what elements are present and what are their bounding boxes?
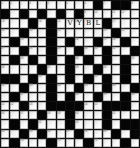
black-cell — [103, 111, 111, 119]
grid-cell[interactable]: 61 — [112, 111, 120, 119]
grid-cell[interactable] — [38, 84, 46, 92]
black-cell — [121, 120, 129, 128]
grid-cell[interactable] — [103, 10, 111, 18]
grid-cell[interactable] — [66, 84, 74, 92]
grid-cell[interactable] — [47, 10, 55, 18]
grid-cell[interactable]: 70 — [20, 139, 28, 147]
clue-number: 60 — [75, 111, 78, 114]
black-cell — [131, 130, 139, 138]
grid-cell[interactable] — [1, 120, 9, 128]
grid-cell[interactable] — [57, 38, 65, 46]
black-cell — [94, 65, 102, 73]
grid-cell[interactable]: V — [66, 19, 74, 27]
clue-number: 35 — [131, 56, 134, 59]
grid-cell[interactable] — [131, 111, 139, 119]
black-cell — [38, 130, 46, 138]
grid-cell[interactable] — [57, 56, 65, 64]
grid-cell[interactable]: 36 — [1, 65, 9, 73]
grid-cell[interactable]: 59 — [57, 111, 65, 119]
clue-number: 29 — [57, 46, 60, 49]
black-cell — [66, 93, 74, 101]
grid-cell[interactable]: L — [94, 19, 102, 27]
black-cell — [121, 38, 129, 46]
black-cell — [112, 29, 120, 37]
grid-cell[interactable] — [38, 38, 46, 46]
clue-number: 20 — [57, 28, 60, 31]
grid-cell[interactable] — [131, 75, 139, 83]
clue-number: 32 — [112, 46, 115, 49]
grid-cell[interactable]: 32 — [112, 47, 120, 55]
grid-cell[interactable] — [20, 75, 28, 83]
clue-number: 63 — [75, 120, 78, 123]
cell-letter: Y — [75, 19, 83, 27]
grid-cell[interactable] — [10, 19, 18, 27]
black-cell — [84, 139, 92, 147]
black-cell — [20, 84, 28, 92]
grid-cell[interactable]: 33 — [20, 56, 28, 64]
clue-number: 21 — [103, 28, 106, 31]
black-cell — [38, 111, 46, 119]
grid-cell[interactable] — [10, 47, 18, 55]
clue-number: 34 — [75, 56, 78, 59]
grid-cell[interactable]: 58 — [47, 111, 55, 119]
clue-number: 31 — [94, 46, 97, 49]
grid-cell[interactable]: 72 — [94, 139, 102, 147]
clue-number: 17 — [112, 19, 115, 22]
grid-cell[interactable]: 40 — [38, 75, 46, 83]
grid-cell[interactable] — [66, 139, 74, 147]
clue-number: 15 — [57, 19, 60, 22]
grid-cell[interactable] — [29, 111, 37, 119]
black-cell — [103, 47, 111, 55]
grid-cell[interactable]: 54 — [84, 102, 92, 110]
grid-cell[interactable]: 56 — [1, 111, 9, 119]
grid-cell[interactable]: 25 — [103, 38, 111, 46]
clue-number: 65 — [29, 129, 32, 132]
grid-cell[interactable]: 41 — [94, 75, 102, 83]
clue-number: 30 — [84, 46, 87, 49]
clue-number: 6 — [84, 1, 86, 4]
black-cell — [121, 56, 129, 64]
black-cell — [29, 120, 37, 128]
grid-cell[interactable]: 8 — [131, 1, 139, 9]
grid-cell[interactable] — [94, 120, 102, 128]
grid-cell[interactable]: 15 — [57, 19, 65, 27]
black-cell — [20, 130, 28, 138]
grid-cell[interactable]: 60 — [75, 111, 83, 119]
black-cell — [66, 75, 74, 83]
black-cell — [66, 120, 74, 128]
grid-cell[interactable] — [112, 120, 120, 128]
grid-cell[interactable]: 20 — [57, 29, 65, 37]
black-cell — [10, 139, 18, 147]
grid-cell[interactable]: 18 — [1, 29, 9, 37]
grid-cell[interactable] — [112, 75, 120, 83]
grid-cell[interactable] — [94, 29, 102, 37]
clue-number: 61 — [112, 111, 115, 114]
black-cell — [94, 38, 102, 46]
clue-number: 41 — [94, 74, 97, 77]
black-cell — [57, 102, 65, 110]
grid-cell[interactable]: 63 — [75, 120, 83, 128]
grid-cell[interactable] — [94, 84, 102, 92]
black-cell — [47, 56, 55, 64]
black-cell — [75, 47, 83, 55]
grid-cell[interactable] — [38, 139, 46, 147]
grid-cell[interactable] — [94, 130, 102, 138]
grid-cell[interactable] — [1, 38, 9, 46]
cell-letter: B — [84, 19, 92, 27]
black-cell — [121, 75, 129, 83]
grid-cell[interactable]: 12 — [121, 10, 129, 18]
clue-number: 64 — [1, 129, 4, 132]
grid-cell[interactable] — [29, 65, 37, 73]
grid-cell[interactable] — [20, 65, 28, 73]
grid-cell[interactable] — [131, 102, 139, 110]
grid-cell[interactable]: 44 — [57, 84, 65, 92]
grid-cell[interactable]: 66 — [47, 130, 55, 138]
clue-number: 54 — [84, 102, 87, 105]
clue-number: 62 — [38, 120, 41, 123]
grid-cell[interactable] — [66, 29, 74, 37]
clue-number: 51 — [1, 102, 4, 105]
grid-cell[interactable]: 38 — [75, 65, 83, 73]
grid-cell[interactable] — [94, 111, 102, 119]
clue-number: 1 — [1, 1, 3, 4]
grid-cell[interactable] — [112, 65, 120, 73]
grid-cell[interactable] — [38, 29, 46, 37]
clue-number: 53 — [29, 102, 32, 105]
clue-number: 11 — [112, 10, 115, 13]
grid-cell[interactable] — [84, 65, 92, 73]
grid-cell[interactable]: 2 — [10, 1, 18, 9]
clue-number: 4 — [47, 1, 49, 4]
grid-cell[interactable]: 68 — [84, 130, 92, 138]
grid-cell[interactable]: 57 — [20, 111, 28, 119]
grid-cell[interactable] — [57, 93, 65, 101]
grid-cell[interactable] — [20, 1, 28, 9]
black-cell — [47, 38, 55, 46]
black-cell — [47, 84, 55, 92]
black-cell — [75, 10, 83, 18]
black-cell — [112, 130, 120, 138]
grid-cell[interactable] — [47, 120, 55, 128]
clue-number: 7 — [103, 1, 105, 4]
black-cell — [47, 29, 55, 37]
clue-number: 67 — [66, 129, 69, 132]
grid-cell[interactable]: 23 — [20, 38, 28, 46]
grid-cell[interactable]: 49 — [103, 93, 111, 101]
grid-cell[interactable] — [10, 65, 18, 73]
grid-cell[interactable] — [57, 130, 65, 138]
grid-cell[interactable] — [75, 1, 83, 9]
grid-cell[interactable]: 5 — [66, 1, 74, 9]
clue-number: 3 — [29, 1, 31, 4]
grid-cell[interactable]: 43 — [29, 84, 37, 92]
black-cell — [94, 1, 102, 9]
grid-cell[interactable]: 27 — [1, 47, 9, 55]
black-cell — [66, 102, 74, 110]
grid-cell[interactable]: 55 — [94, 102, 102, 110]
clue-number: 8 — [131, 1, 133, 4]
clue-number: 2 — [10, 1, 12, 4]
grid-cell[interactable]: 16Y — [75, 19, 83, 27]
grid-cell[interactable] — [57, 75, 65, 83]
grid-cell[interactable]: 71 — [57, 139, 65, 147]
black-cell — [10, 38, 18, 46]
black-cell — [47, 47, 55, 55]
black-cell — [121, 102, 129, 110]
grid-cell[interactable]: 53 — [29, 102, 37, 110]
clue-number: 36 — [1, 65, 4, 68]
grid-cell[interactable]: 9 — [84, 10, 92, 18]
black-cell — [103, 120, 111, 128]
grid-cell[interactable]: 10 — [94, 10, 102, 18]
grid-cell[interactable] — [10, 10, 18, 18]
clue-number: 72 — [94, 138, 97, 141]
black-cell — [10, 120, 18, 128]
black-cell — [47, 19, 55, 27]
grid-cell[interactable] — [84, 38, 92, 46]
black-cell — [131, 84, 139, 92]
grid-cell[interactable] — [1, 56, 9, 64]
grid-cell[interactable] — [38, 1, 46, 9]
grid-cell[interactable] — [75, 139, 83, 147]
clue-number: 23 — [20, 37, 23, 40]
black-cell — [75, 84, 83, 92]
clue-number: 68 — [84, 129, 87, 132]
grid-cell[interactable] — [29, 38, 37, 46]
grid-cell[interactable] — [131, 38, 139, 46]
grid-cell[interactable] — [1, 139, 9, 147]
grid-cell[interactable]: 7 — [103, 1, 111, 9]
grid-cell[interactable] — [84, 29, 92, 37]
clue-number: 71 — [57, 138, 60, 141]
grid-cell[interactable] — [75, 75, 83, 83]
grid-cell[interactable]: 29 — [57, 47, 65, 55]
grid-cell[interactable] — [121, 111, 129, 119]
grid-cell[interactable] — [10, 111, 18, 119]
black-cell — [75, 130, 83, 138]
grid-cell[interactable]: 64 — [1, 130, 9, 138]
grid-cell[interactable]: 50 — [131, 93, 139, 101]
grid-cell[interactable]: 39 — [103, 65, 111, 73]
grid-cell[interactable]: 17 — [112, 19, 120, 27]
grid-cell[interactable] — [10, 29, 18, 37]
grid-cell[interactable] — [121, 130, 129, 138]
grid-cell[interactable]: 24 — [75, 38, 83, 46]
black-cell — [47, 102, 55, 110]
grid-cell[interactable]: 62 — [38, 120, 46, 128]
clue-number: 39 — [103, 65, 106, 68]
grid-cell[interactable]: 37 — [47, 65, 55, 73]
grid-cell[interactable]: 31 — [94, 47, 102, 55]
grid-cell[interactable] — [10, 130, 18, 138]
clue-number: 19 — [29, 28, 32, 31]
clue-number: 47 — [20, 92, 23, 95]
grid-cell[interactable] — [121, 19, 129, 27]
grid-cell[interactable] — [112, 139, 120, 147]
grid-cell[interactable] — [57, 65, 65, 73]
black-cell — [47, 139, 55, 147]
grid-cell[interactable] — [66, 47, 74, 55]
clue-number: 5 — [66, 1, 68, 4]
black-cell — [66, 111, 74, 119]
grid-cell[interactable] — [84, 111, 92, 119]
grid-cell[interactable] — [94, 56, 102, 64]
black-cell — [66, 65, 74, 73]
grid-cell[interactable] — [131, 10, 139, 18]
grid-cell[interactable]: 48 — [75, 93, 83, 101]
grid-cell[interactable]: 4 — [47, 1, 55, 9]
grid-cell[interactable]: 46 — [112, 84, 120, 92]
grid-cell[interactable] — [20, 19, 28, 27]
black-cell — [103, 75, 111, 83]
clue-number: 48 — [75, 92, 78, 95]
grid-cell[interactable]: 51 — [1, 102, 9, 110]
clue-number: 38 — [75, 65, 78, 68]
clue-number: 28 — [29, 46, 32, 49]
grid-cell[interactable] — [38, 47, 46, 55]
grid-cell[interactable] — [84, 120, 92, 128]
cell-letter: L — [94, 19, 102, 27]
grid-cell[interactable]: 21 — [103, 29, 111, 37]
grid-cell[interactable] — [121, 84, 129, 92]
black-cell — [121, 139, 129, 147]
clue-number: 57 — [20, 111, 23, 114]
black-cell — [103, 56, 111, 64]
grid-cell[interactable] — [112, 56, 120, 64]
grid-cell[interactable]: 1 — [1, 1, 9, 9]
black-cell — [20, 29, 28, 37]
black-cell — [29, 56, 37, 64]
black-cell — [94, 93, 102, 101]
grid-cell[interactable] — [66, 10, 74, 18]
grid-cell[interactable]: 35 — [131, 56, 139, 64]
black-cell — [103, 19, 111, 27]
black-cell — [38, 10, 46, 18]
grid-cell[interactable]: 30 — [84, 47, 92, 55]
clue-number: 66 — [47, 129, 50, 132]
grid-cell[interactable]: 26 — [112, 38, 120, 46]
grid-cell[interactable] — [38, 102, 46, 110]
black-cell — [112, 1, 120, 9]
black-cell — [66, 38, 74, 46]
grid-cell[interactable] — [10, 84, 18, 92]
clue-number: 22 — [121, 28, 124, 31]
black-cell — [131, 47, 139, 55]
cell-letter: V — [66, 19, 74, 27]
grid-cell[interactable] — [38, 56, 46, 64]
clue-number: 69 — [103, 129, 106, 132]
black-cell — [10, 93, 18, 101]
black-cell — [29, 19, 37, 27]
clue-number: 43 — [29, 83, 32, 86]
grid-cell[interactable] — [84, 93, 92, 101]
grid-cell[interactable] — [29, 139, 37, 147]
grid-cell[interactable] — [29, 10, 37, 18]
clue-number: 50 — [131, 92, 134, 95]
grid-cell[interactable] — [131, 139, 139, 147]
grid-cell[interactable] — [112, 93, 120, 101]
black-cell — [121, 1, 129, 9]
grid-cell[interactable] — [121, 47, 129, 55]
grid-cell[interactable]: 3 — [29, 1, 37, 9]
grid-cell[interactable] — [38, 93, 46, 101]
black-cell — [84, 75, 92, 83]
clue-number: 25 — [103, 37, 106, 40]
grid-cell[interactable]: 67 — [66, 130, 74, 138]
grid-cell[interactable] — [75, 29, 83, 37]
crossword-grid: 123456789101112131415V16YBL1718192021222… — [0, 0, 140, 148]
black-cell — [121, 93, 129, 101]
grid-cell[interactable] — [1, 93, 9, 101]
clue-number: 37 — [47, 65, 50, 68]
grid-cell[interactable] — [29, 93, 37, 101]
grid-cell[interactable]: 65 — [29, 130, 37, 138]
grid-cell[interactable]: 69 — [103, 130, 111, 138]
clue-number: 40 — [38, 74, 41, 77]
black-cell — [20, 102, 28, 110]
clue-number: 10 — [94, 10, 97, 13]
black-cell — [38, 65, 46, 73]
grid-cell[interactable]: 22 — [121, 29, 129, 37]
black-cell — [10, 75, 18, 83]
grid-cell[interactable] — [20, 120, 28, 128]
clue-number: 18 — [1, 28, 4, 31]
grid-cell[interactable] — [103, 139, 111, 147]
clue-number: 27 — [1, 46, 4, 49]
grid-cell[interactable]: 34 — [75, 56, 83, 64]
black-cell — [1, 10, 9, 18]
black-cell — [112, 102, 120, 110]
grid-cell[interactable]: 45 — [84, 84, 92, 92]
clue-number: 49 — [103, 92, 106, 95]
clue-number: 59 — [57, 111, 60, 114]
grid-cell[interactable]: 13 — [1, 19, 9, 27]
black-cell — [75, 102, 83, 110]
grid-cell[interactable] — [57, 1, 65, 9]
black-cell — [47, 93, 55, 101]
grid-cell[interactable]: 52 — [10, 102, 18, 110]
black-cell — [121, 65, 129, 73]
grid-cell[interactable] — [131, 65, 139, 73]
clue-number: 14 — [38, 19, 41, 22]
clue-number: 33 — [20, 56, 23, 59]
grid-cell[interactable]: 42 — [1, 84, 9, 92]
grid-cell[interactable]: B — [84, 19, 92, 27]
clue-number: 46 — [112, 83, 115, 86]
grid-cell[interactable]: 11 — [112, 10, 120, 18]
grid-cell[interactable]: 47 — [20, 93, 28, 101]
grid-cell[interactable]: 6 — [84, 1, 92, 9]
black-cell — [57, 10, 65, 18]
clue-number: 9 — [84, 10, 86, 13]
clue-number: 58 — [47, 111, 50, 114]
grid-cell[interactable]: 28 — [29, 47, 37, 55]
black-cell — [66, 56, 74, 64]
clue-number: 44 — [57, 83, 60, 86]
grid-cell[interactable] — [57, 120, 65, 128]
black-cell — [103, 102, 111, 110]
black-cell — [103, 84, 111, 92]
grid-cell[interactable]: 19 — [29, 29, 37, 37]
grid-cell[interactable]: 14 — [38, 19, 46, 27]
black-cell — [29, 75, 37, 83]
grid-cell[interactable] — [131, 29, 139, 37]
clue-number: 55 — [94, 102, 97, 105]
grid-cell[interactable] — [131, 19, 139, 27]
